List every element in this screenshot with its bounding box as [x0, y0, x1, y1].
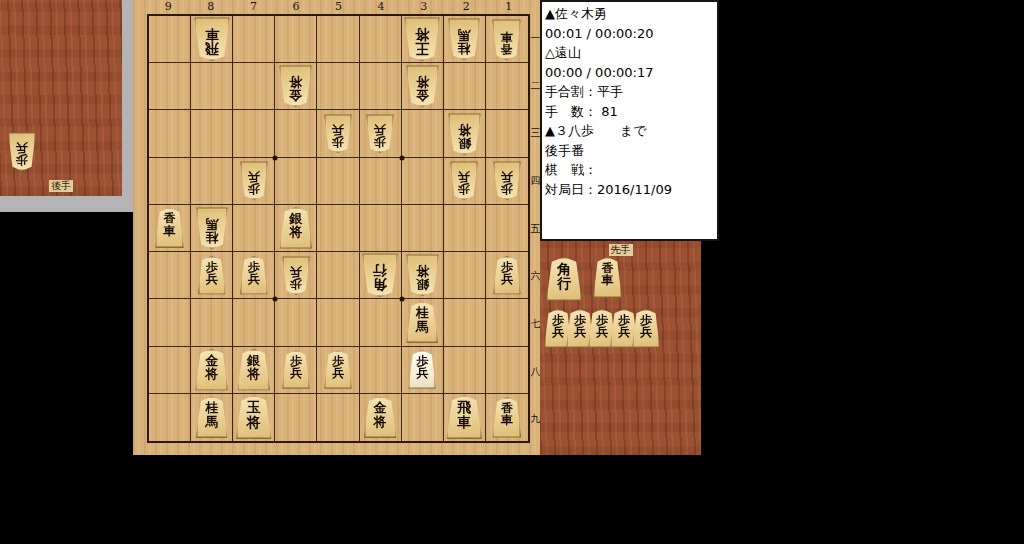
cell-6二: 金将: [275, 63, 317, 110]
shogi-piece-飛車-gote[interactable]: 飛車: [194, 17, 230, 61]
gote-player-name: △遠山: [545, 43, 714, 63]
cell-3二: 金将: [402, 63, 444, 110]
shogi-piece-歩兵-gote[interactable]: 歩兵: [8, 132, 36, 171]
cell-7六: 歩兵: [233, 252, 275, 299]
cell-3五: [402, 205, 444, 252]
piece-kanji: 車: [501, 414, 513, 426]
shogi-piece-桂馬-sente[interactable]: 桂馬: [406, 301, 438, 343]
cell-4八: [360, 347, 402, 394]
board-grid: 飛車王将桂馬香車金将金将歩兵歩兵銀将歩兵歩兵歩兵香車桂馬銀将歩兵歩兵歩兵角行銀将…: [147, 14, 530, 443]
shogi-piece-歩兵-gote[interactable]: 歩兵: [282, 256, 310, 295]
cell-7九: 玉将: [233, 394, 275, 441]
piece-kanji: 将: [205, 367, 218, 380]
cell-9六: [149, 252, 191, 299]
game-date-line: 対局日：2016/11/09: [545, 180, 714, 200]
sente-tray-label: 先手: [609, 244, 633, 256]
piece-kanji: 馬: [458, 29, 471, 42]
piece-kanji: 銀: [458, 136, 471, 149]
piece-kanji: 歩: [248, 183, 260, 195]
piece-kanji: 将: [289, 76, 302, 89]
cell-5二: [317, 63, 359, 110]
cell-4五: [360, 205, 402, 252]
shogi-piece-歩兵-gote[interactable]: 歩兵: [450, 161, 478, 200]
piece-kanji: 将: [416, 265, 429, 278]
move-count-line: 手 数： 81: [545, 102, 714, 122]
cell-1三: [486, 110, 528, 157]
piece-kanji: 将: [458, 123, 471, 136]
cell-8八: 金将: [191, 347, 233, 394]
cell-2九: 飛車: [444, 394, 486, 441]
cell-6六: 歩兵: [275, 252, 317, 299]
cell-1九: 香車: [486, 394, 528, 441]
cell-8九: 桂馬: [191, 394, 233, 441]
cell-1六: 歩兵: [486, 252, 528, 299]
file-label-6: 6: [275, 0, 318, 14]
shogi-piece-香車-sente[interactable]: 香車: [593, 257, 622, 298]
cell-9七: [149, 299, 191, 346]
piece-kanji: 角: [373, 278, 387, 292]
cell-2五: [444, 205, 486, 252]
piece-kanji: 銀: [247, 354, 260, 367]
cell-4六: 角行: [360, 252, 402, 299]
shogi-piece-金将-gote[interactable]: 金将: [279, 65, 312, 107]
cell-8五: 桂馬: [191, 205, 233, 252]
cell-1八: [486, 347, 528, 394]
piece-kanji: 兵: [248, 273, 260, 285]
piece-kanji: 兵: [332, 124, 344, 136]
cell-6八: 歩兵: [275, 347, 317, 394]
piece-kanji: 桂: [205, 401, 218, 414]
cell-9四: [149, 158, 191, 205]
piece-kanji: 桂: [458, 42, 471, 55]
gote-tray-background: 歩兵 後手: [0, 0, 133, 212]
cell-4一: [360, 16, 402, 63]
cell-6五: 銀将: [275, 205, 317, 252]
cell-8六: 歩兵: [191, 252, 233, 299]
cell-8二: [191, 63, 233, 110]
cell-3七: 桂馬: [402, 299, 444, 346]
piece-kanji: 車: [457, 415, 471, 429]
cell-2一: 桂馬: [444, 16, 486, 63]
piece-kanji: 兵: [290, 367, 302, 379]
file-label-2: 2: [445, 0, 488, 14]
shogi-piece-歩兵-gote[interactable]: 歩兵: [493, 161, 521, 200]
piece-kanji: 兵: [552, 326, 564, 338]
sente-player-name: ▲佐々木勇: [545, 4, 714, 24]
shogi-piece-歩兵-sente[interactable]: 歩兵: [632, 309, 660, 348]
piece-kanji: 兵: [618, 326, 630, 338]
piece-kanji: 将: [247, 367, 260, 380]
piece-kanji: 兵: [206, 273, 218, 285]
piece-kanji: 歩: [16, 154, 28, 166]
shogi-piece-歩兵-sente[interactable]: 歩兵: [408, 350, 436, 389]
cell-4九: 金将: [360, 394, 402, 441]
cell-8一: 飛車: [191, 16, 233, 63]
gote-captured-tray: 歩兵 後手: [0, 0, 122, 196]
cell-9一: [149, 16, 191, 63]
piece-kanji: 歩: [290, 277, 302, 289]
shogi-piece-香車-sente[interactable]: 香車: [492, 397, 521, 438]
side-to-move-line: 後手番: [545, 141, 714, 161]
cell-7五: [233, 205, 275, 252]
cell-1七: [486, 299, 528, 346]
cell-7一: [233, 16, 275, 63]
cell-5四: [317, 158, 359, 205]
cell-5七: [317, 299, 359, 346]
game-info-panel: ▲佐々木勇 00:01 / 00:00:20 △遠山 00:00 / 00:00…: [540, 0, 719, 241]
cell-5一: [317, 16, 359, 63]
cell-3四: [402, 158, 444, 205]
sente-hand: 角行香車歩兵歩兵歩兵歩兵歩兵: [540, 241, 701, 455]
cell-3三: [402, 110, 444, 157]
shogi-piece-銀将-sente[interactable]: 銀将: [279, 207, 312, 249]
cell-5五: [317, 205, 359, 252]
file-label-4: 4: [360, 0, 403, 14]
piece-kanji: 馬: [205, 217, 218, 230]
cell-2八: [444, 347, 486, 394]
cell-1一: 香車: [486, 16, 528, 63]
piece-kanji: 将: [416, 76, 429, 89]
cell-6九: [275, 394, 317, 441]
cell-7二: [233, 63, 275, 110]
piece-kanji: 王: [415, 42, 429, 56]
piece-kanji: 歩: [458, 183, 470, 195]
last-move-line: ▲３八歩 まで: [545, 121, 714, 141]
piece-kanji: 香: [164, 212, 176, 224]
piece-kanji: 車: [501, 30, 513, 42]
cell-3一: 王将: [402, 16, 444, 63]
cell-6四: [275, 158, 317, 205]
piece-kanji: 金: [205, 354, 218, 367]
piece-kanji: 金: [289, 89, 302, 102]
cell-3八: 歩兵: [402, 347, 444, 394]
star-point: [273, 297, 278, 302]
piece-kanji: 将: [289, 225, 302, 238]
piece-kanji: 車: [164, 225, 176, 237]
piece-kanji: 馬: [416, 320, 429, 333]
piece-kanji: 飛: [457, 400, 471, 414]
piece-kanji: 飛: [205, 42, 219, 56]
cell-9八: [149, 347, 191, 394]
cell-9五: 香車: [149, 205, 191, 252]
cell-2四: 歩兵: [444, 158, 486, 205]
cell-2七: [444, 299, 486, 346]
star-point: [400, 156, 405, 161]
cell-9三: [149, 110, 191, 157]
file-labels: 987654321: [147, 0, 530, 14]
cell-7七: [233, 299, 275, 346]
cell-1五: [486, 205, 528, 252]
piece-kanji: 兵: [332, 367, 344, 379]
piece-kanji: 兵: [16, 142, 28, 154]
shogi-piece-歩兵-sente[interactable]: 歩兵: [240, 256, 268, 295]
star-point: [273, 156, 278, 161]
shogi-piece-歩兵-sente[interactable]: 歩兵: [282, 350, 310, 389]
piece-kanji: 歩: [374, 136, 386, 148]
cell-8四: [191, 158, 233, 205]
cell-7三: [233, 110, 275, 157]
piece-kanji: 兵: [416, 367, 428, 379]
piece-kanji: 将: [247, 415, 261, 429]
gote-tray-label: 後手: [49, 180, 73, 192]
cell-6三: [275, 110, 317, 157]
cell-9二: [149, 63, 191, 110]
piece-kanji: 車: [602, 274, 614, 286]
shogi-piece-歩兵-gote[interactable]: 歩兵: [366, 114, 394, 153]
sente-captured-tray: 先手 角行香車歩兵歩兵歩兵歩兵歩兵: [540, 241, 701, 455]
cell-9九: [149, 394, 191, 441]
piece-kanji: 兵: [501, 171, 513, 183]
piece-kanji: 行: [557, 276, 571, 290]
piece-kanji: 桂: [205, 231, 218, 244]
file-label-3: 3: [402, 0, 445, 14]
tournament-line: 棋 戦：: [545, 160, 714, 180]
piece-kanji: 行: [373, 264, 387, 278]
piece-kanji: 兵: [501, 273, 513, 285]
shogi-piece-桂馬-gote[interactable]: 桂馬: [196, 207, 228, 249]
shogi-piece-金将-gote[interactable]: 金将: [406, 65, 439, 107]
piece-kanji: 将: [374, 415, 387, 428]
cell-2二: [444, 63, 486, 110]
shogi-piece-桂馬-sente[interactable]: 桂馬: [196, 396, 228, 438]
piece-kanji: 馬: [205, 415, 218, 428]
cell-5八: 歩兵: [317, 347, 359, 394]
file-label-7: 7: [232, 0, 275, 14]
shogi-piece-歩兵-gote[interactable]: 歩兵: [240, 161, 268, 200]
shogi-piece-銀将-sente[interactable]: 銀将: [237, 349, 270, 391]
piece-kanji: 玉: [247, 400, 261, 414]
shogi-piece-飛車-sente[interactable]: 飛車: [446, 395, 482, 439]
board-panel: 987654321 一二三四五六七八九 飛車王将桂馬香車金将金将歩兵歩兵銀将歩兵…: [133, 0, 540, 455]
file-label-8: 8: [190, 0, 233, 14]
cell-5九: [317, 394, 359, 441]
piece-kanji: 銀: [289, 212, 302, 225]
shogi-piece-香車-gote[interactable]: 香車: [492, 19, 521, 60]
cell-8三: [191, 110, 233, 157]
cell-4二: [360, 63, 402, 110]
piece-kanji: 金: [416, 89, 429, 102]
cell-8七: [191, 299, 233, 346]
sente-clock: 00:01 / 00:00:20: [545, 24, 714, 44]
piece-kanji: 角: [557, 262, 571, 276]
handicap-line: 手合割：平手: [545, 82, 714, 102]
shogi-piece-金将-sente[interactable]: 金将: [364, 396, 397, 438]
cell-2三: 銀将: [444, 110, 486, 157]
cell-1二: [486, 63, 528, 110]
cell-5三: 歩兵: [317, 110, 359, 157]
star-point: [400, 297, 405, 302]
piece-kanji: 兵: [574, 326, 586, 338]
piece-kanji: 兵: [458, 171, 470, 183]
cell-5六: [317, 252, 359, 299]
piece-kanji: 将: [415, 28, 429, 42]
piece-kanji: 兵: [596, 326, 608, 338]
cell-7四: 歩兵: [233, 158, 275, 205]
shogi-piece-角行-gote[interactable]: 角行: [362, 253, 398, 297]
file-label-5: 5: [317, 0, 360, 14]
file-label-1: 1: [488, 0, 531, 14]
shogi-piece-玉将-sente[interactable]: 玉将: [236, 395, 272, 439]
shogi-piece-香車-sente[interactable]: 香車: [155, 207, 184, 248]
piece-kanji: 歩: [501, 183, 513, 195]
cell-4三: 歩兵: [360, 110, 402, 157]
shogi-piece-歩兵-sente[interactable]: 歩兵: [198, 256, 226, 295]
piece-kanji: 兵: [374, 124, 386, 136]
cell-1四: 歩兵: [486, 158, 528, 205]
cell-6一: [275, 16, 317, 63]
piece-kanji: 車: [205, 28, 219, 42]
shogi-piece-王将-gote[interactable]: 王将: [404, 17, 440, 61]
piece-kanji: 桂: [416, 306, 429, 319]
shogi-piece-金将-sente[interactable]: 金将: [195, 349, 228, 391]
shogi-piece-歩兵-sente[interactable]: 歩兵: [493, 256, 521, 295]
cell-3六: 銀将: [402, 252, 444, 299]
piece-kanji: 銀: [416, 278, 429, 291]
shogi-piece-歩兵-gote[interactable]: 歩兵: [324, 114, 352, 153]
piece-kanji: 金: [374, 401, 387, 414]
shogi-piece-桂馬-gote[interactable]: 桂馬: [448, 18, 480, 60]
cell-6七: [275, 299, 317, 346]
shogi-piece-銀将-gote[interactable]: 銀将: [448, 113, 481, 155]
piece-kanji: 兵: [290, 265, 302, 277]
gote-clock: 00:00 / 00:00:17: [545, 63, 714, 83]
piece-kanji: 香: [501, 42, 513, 54]
file-label-9: 9: [147, 0, 190, 14]
piece-kanji: 兵: [248, 171, 260, 183]
shogi-piece-歩兵-sente[interactable]: 歩兵: [324, 350, 352, 389]
piece-kanji: 兵: [640, 326, 652, 338]
cell-7八: 銀将: [233, 347, 275, 394]
shogi-piece-角行-sente[interactable]: 角行: [546, 257, 582, 301]
cell-3九: [402, 394, 444, 441]
cell-4四: [360, 158, 402, 205]
gote-hand: 歩兵: [0, 0, 122, 196]
cell-4七: [360, 299, 402, 346]
cell-2六: [444, 252, 486, 299]
piece-kanji: 歩: [332, 136, 344, 148]
shogi-piece-銀将-gote[interactable]: 銀将: [406, 254, 439, 296]
